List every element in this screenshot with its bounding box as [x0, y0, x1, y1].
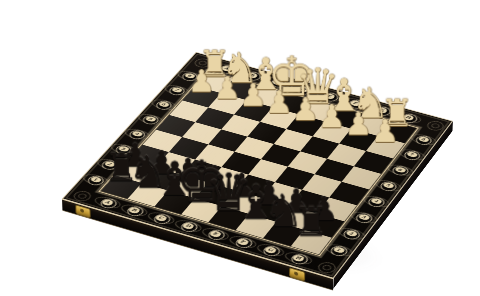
- file-label-bottom-d-text: D: [181, 222, 195, 230]
- rank-label-right-3-text: 3: [357, 213, 371, 221]
- rank-label-left-6-text: 6: [157, 101, 170, 108]
- medallion-ring: [402, 149, 423, 161]
- file-label-bottom-b-text: B: [127, 206, 141, 214]
- rank-label-right-5-text: 5: [381, 182, 394, 189]
- medallion-ring: [354, 212, 375, 225]
- medallion-ring: [378, 180, 399, 192]
- medallion-ring: [154, 99, 175, 111]
- file-label-bottom-f-text: F: [236, 238, 250, 246]
- scene: AA88BB77CC66DD55EE44FF33GG22HH11♜♞♝♛♚♝♞♜…: [0, 0, 480, 296]
- rank-label-right-8-text: 8: [417, 136, 430, 143]
- rank-label-right-4-text: 4: [369, 197, 383, 205]
- medallion-ring: [260, 244, 282, 257]
- medallion-ring: [328, 244, 350, 257]
- rank-label-right-1-text: 1: [332, 246, 346, 254]
- medallion-ring: [140, 114, 161, 126]
- medallion-ring: [205, 228, 227, 241]
- file-label-bottom-h-text: H: [292, 254, 306, 262]
- chess-board: AA88BB77CC66DD55EE44FF33GG22HH11♜♞♝♛♚♝♞♜…: [62, 52, 453, 278]
- rank-label-right-2-text: 2: [344, 229, 358, 237]
- file-label-bottom-g-text: G: [264, 246, 278, 254]
- medallion-ring: [178, 220, 200, 233]
- corner-ornament: [315, 260, 338, 274]
- corner-ornament: [424, 119, 446, 132]
- white-pawn-a2[interactable]: ♟: [356, 116, 415, 147]
- medallion-ring: [151, 213, 173, 226]
- corner-ornament: [70, 189, 93, 202]
- file-label-bottom-a-text: A: [101, 199, 115, 207]
- file-label-bottom-c-text: C: [154, 214, 168, 222]
- file-label-bottom-e-text: E: [209, 230, 223, 238]
- product-photo: AA88BB77CC66DD55EE44FF33GG22HH11♜♞♝♛♚♝♞♜…: [0, 0, 480, 296]
- brass-clasp-right: [289, 267, 305, 281]
- medallion-ring: [414, 134, 435, 146]
- medallion-ring: [288, 252, 310, 265]
- brass-clasp-left: [75, 204, 90, 218]
- black-rook-a8[interactable]: ♜: [281, 202, 342, 241]
- rank-label-right-6-text: 6: [393, 166, 406, 173]
- rank-label-right-7-text: 7: [405, 151, 418, 158]
- medallion-ring: [366, 196, 387, 209]
- medallion-ring: [341, 228, 363, 241]
- medallion-ring: [390, 164, 411, 176]
- medallion-ring: [233, 236, 255, 249]
- medallion-ring: [97, 197, 119, 210]
- rank-label-left-5-text: 5: [144, 115, 157, 122]
- medallion-ring: [124, 205, 146, 218]
